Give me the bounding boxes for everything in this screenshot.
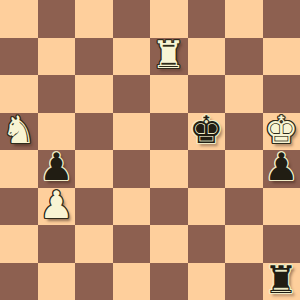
white-knight-a5[interactable]: ♞ [2, 112, 36, 150]
square-f2[interactable] [188, 225, 226, 263]
square-c4[interactable] [75, 150, 113, 188]
square-f3[interactable] [188, 188, 226, 226]
white-rook-e7[interactable]: ♜ [152, 37, 186, 75]
black-pawn-h4[interactable]: ♟ [264, 149, 298, 187]
square-a1[interactable] [0, 263, 38, 300]
square-g4[interactable] [225, 150, 263, 188]
square-g2[interactable] [225, 225, 263, 263]
square-g8[interactable] [225, 0, 263, 38]
square-c7[interactable] [75, 38, 113, 76]
square-a3[interactable] [0, 188, 38, 226]
square-d8[interactable] [113, 0, 151, 38]
square-f7[interactable] [188, 38, 226, 76]
square-e7[interactable]: ♜ [150, 38, 188, 76]
black-king-f5[interactable]: ♚ [189, 112, 223, 150]
square-h6[interactable] [263, 75, 301, 113]
square-e3[interactable] [150, 188, 188, 226]
square-d2[interactable] [113, 225, 151, 263]
black-rook-h1[interactable]: ♜ [264, 262, 298, 300]
square-g7[interactable] [225, 38, 263, 76]
square-f5[interactable]: ♚ [188, 113, 226, 151]
square-b1[interactable] [38, 263, 76, 300]
square-f8[interactable] [188, 0, 226, 38]
square-d7[interactable] [113, 38, 151, 76]
square-a6[interactable] [0, 75, 38, 113]
square-d5[interactable] [113, 113, 151, 151]
square-c5[interactable] [75, 113, 113, 151]
square-b4[interactable]: ♟ [38, 150, 76, 188]
square-h2[interactable] [263, 225, 301, 263]
square-b2[interactable] [38, 225, 76, 263]
square-d3[interactable] [113, 188, 151, 226]
chess-board: ♜♞♚♚♟♟♟♜ [0, 0, 300, 300]
square-c1[interactable] [75, 263, 113, 300]
square-a7[interactable] [0, 38, 38, 76]
square-g5[interactable] [225, 113, 263, 151]
square-f1[interactable] [188, 263, 226, 300]
square-h4[interactable]: ♟ [263, 150, 301, 188]
square-e4[interactable] [150, 150, 188, 188]
square-a5[interactable]: ♞ [0, 113, 38, 151]
square-g1[interactable] [225, 263, 263, 300]
square-a8[interactable] [0, 0, 38, 38]
square-b7[interactable] [38, 38, 76, 76]
white-king-h5[interactable]: ♚ [264, 112, 298, 150]
square-b3[interactable]: ♟ [38, 188, 76, 226]
square-c6[interactable] [75, 75, 113, 113]
square-b6[interactable] [38, 75, 76, 113]
square-h7[interactable] [263, 38, 301, 76]
square-e5[interactable] [150, 113, 188, 151]
white-pawn-b3[interactable]: ♟ [39, 187, 73, 225]
square-b8[interactable] [38, 0, 76, 38]
black-pawn-b4[interactable]: ♟ [39, 149, 73, 187]
square-a2[interactable] [0, 225, 38, 263]
square-g3[interactable] [225, 188, 263, 226]
square-e2[interactable] [150, 225, 188, 263]
square-g6[interactable] [225, 75, 263, 113]
square-h8[interactable] [263, 0, 301, 38]
square-e8[interactable] [150, 0, 188, 38]
square-f4[interactable] [188, 150, 226, 188]
square-c2[interactable] [75, 225, 113, 263]
square-c8[interactable] [75, 0, 113, 38]
square-e1[interactable] [150, 263, 188, 300]
square-h1[interactable]: ♜ [263, 263, 301, 300]
square-f6[interactable] [188, 75, 226, 113]
square-h3[interactable] [263, 188, 301, 226]
square-d6[interactable] [113, 75, 151, 113]
square-d4[interactable] [113, 150, 151, 188]
square-c3[interactable] [75, 188, 113, 226]
square-e6[interactable] [150, 75, 188, 113]
square-a4[interactable] [0, 150, 38, 188]
square-d1[interactable] [113, 263, 151, 300]
